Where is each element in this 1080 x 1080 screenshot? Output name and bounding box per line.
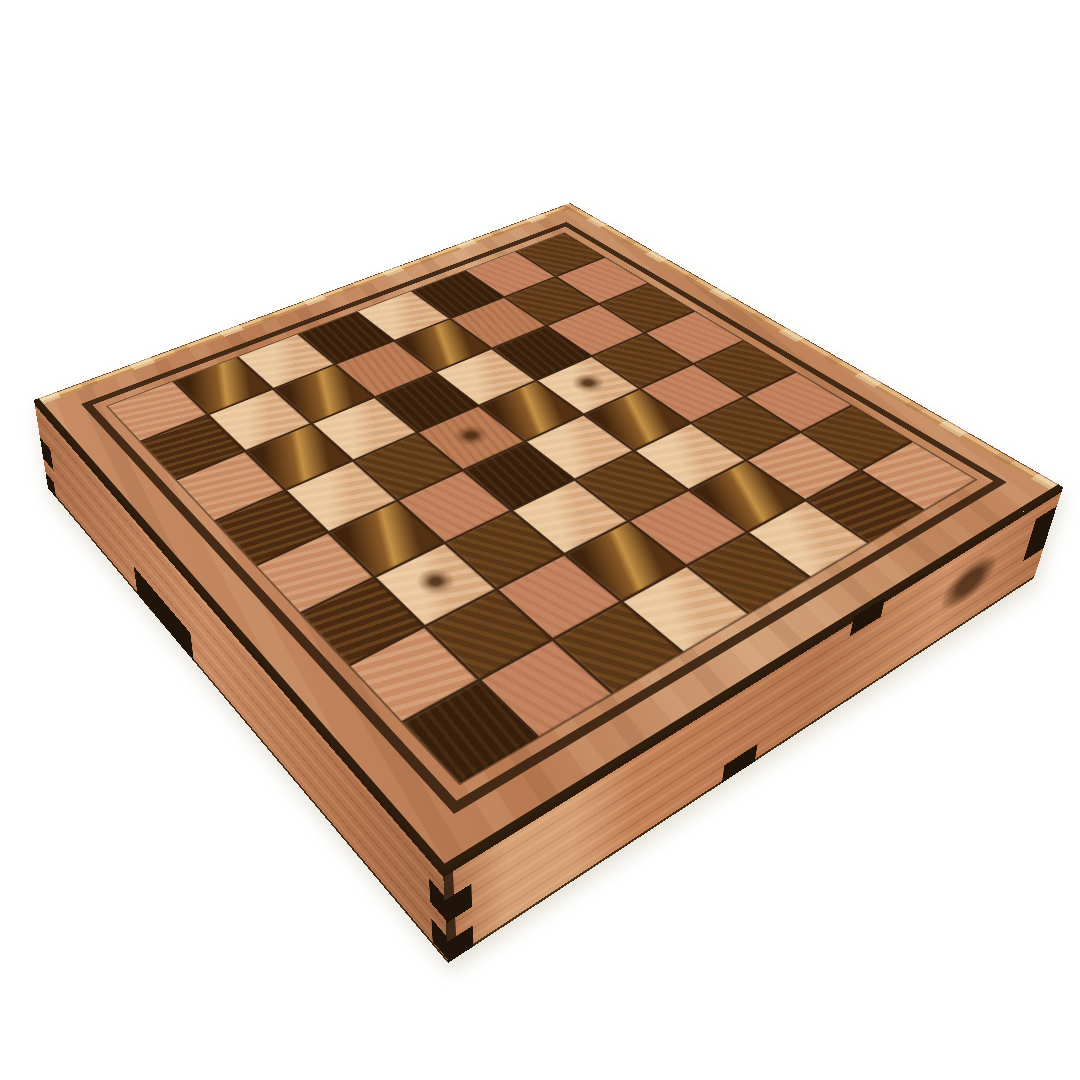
board-top-face bbox=[34, 203, 1063, 872]
finger-joint-slot bbox=[722, 744, 758, 783]
finger-joint-slot bbox=[1023, 506, 1057, 561]
scene bbox=[0, 0, 1080, 1080]
finger-joint-slot bbox=[46, 472, 57, 497]
finger-joint-slot bbox=[40, 437, 54, 470]
finger-joint-slot bbox=[134, 566, 194, 661]
